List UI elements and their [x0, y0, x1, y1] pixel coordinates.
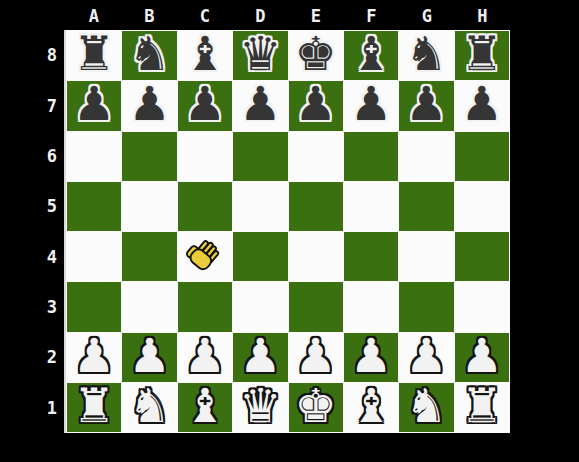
white-king-e1[interactable]: ♚: [295, 382, 337, 429]
black-pawn-d7[interactable]: ♟: [239, 80, 281, 127]
square-d8[interactable]: ♛: [233, 31, 287, 80]
square-c1[interactable]: ♝: [178, 383, 232, 432]
square-b7[interactable]: ♟: [122, 81, 176, 130]
square-b1[interactable]: ♞: [122, 383, 176, 432]
square-f2[interactable]: ♟: [344, 333, 398, 382]
square-g2[interactable]: ♟: [399, 333, 453, 382]
white-rook-a1[interactable]: ♜: [73, 382, 115, 429]
square-c8[interactable]: ♝: [178, 31, 232, 80]
square-h6[interactable]: [455, 132, 509, 181]
black-rook-h8[interactable]: ♜: [461, 30, 503, 77]
white-pawn-f2[interactable]: ♟: [350, 332, 392, 379]
square-g5[interactable]: [399, 182, 453, 231]
square-h7[interactable]: ♟: [455, 81, 509, 130]
black-rook-a8[interactable]: ♜: [73, 30, 115, 77]
white-queen-d1[interactable]: ♛: [239, 382, 281, 429]
square-h5[interactable]: [455, 182, 509, 231]
square-g1[interactable]: ♞: [399, 383, 453, 432]
square-c6[interactable]: [178, 132, 232, 181]
square-e8[interactable]: ♚: [289, 31, 343, 80]
square-b3[interactable]: [122, 282, 176, 331]
square-e1[interactable]: ♚: [289, 383, 343, 432]
square-f5[interactable]: [344, 182, 398, 231]
rank-label-1: 1: [0, 383, 62, 433]
square-g4[interactable]: [399, 232, 453, 281]
game-screen: ABCDEFGH 87654321 ♜♞♝♛♚♝♞♜♟♟♟♟♟♟♟♟ ♟♟♟♟♟…: [0, 0, 579, 462]
square-b2[interactable]: ♟: [122, 333, 176, 382]
square-a6[interactable]: [67, 132, 121, 181]
rank-label-2: 2: [0, 332, 62, 382]
white-pawn-d2[interactable]: ♟: [239, 332, 281, 379]
rank-label-7: 7: [0, 80, 62, 130]
square-f8[interactable]: ♝: [344, 31, 398, 80]
file-label-c: C: [177, 4, 233, 28]
black-pawn-e7[interactable]: ♟: [295, 80, 337, 127]
square-d6[interactable]: [233, 132, 287, 181]
square-e6[interactable]: [289, 132, 343, 181]
square-b5[interactable]: [122, 182, 176, 231]
file-label-d: D: [233, 4, 289, 28]
white-pawn-h2[interactable]: ♟: [461, 332, 503, 379]
square-c7[interactable]: ♟: [178, 81, 232, 130]
file-labels: ABCDEFGH: [66, 4, 510, 28]
file-label-e: E: [288, 4, 344, 28]
square-b6[interactable]: [122, 132, 176, 181]
square-a3[interactable]: [67, 282, 121, 331]
file-label-b: B: [122, 4, 178, 28]
rank-label-4: 4: [0, 232, 62, 282]
square-e3[interactable]: [289, 282, 343, 331]
white-pawn-a2[interactable]: ♟: [73, 332, 115, 379]
square-f6[interactable]: [344, 132, 398, 181]
rank-label-5: 5: [0, 181, 62, 231]
chess-board: ♜♞♝♛♚♝♞♜♟♟♟♟♟♟♟♟ ♟♟♟♟♟♟♟♟♜♞♝♛♚♝♞♜: [66, 30, 510, 433]
black-pawn-c7[interactable]: ♟: [184, 80, 226, 127]
square-d1[interactable]: ♛: [233, 383, 287, 432]
black-king-e8[interactable]: ♚: [295, 30, 337, 77]
white-rook-h1[interactable]: ♜: [461, 382, 503, 429]
black-pawn-a7[interactable]: ♟: [73, 80, 115, 127]
rank-label-3: 3: [0, 282, 62, 332]
square-c2[interactable]: ♟: [178, 333, 232, 382]
square-e7[interactable]: ♟: [289, 81, 343, 130]
rank-label-8: 8: [0, 30, 62, 80]
square-d7[interactable]: ♟: [233, 81, 287, 130]
white-pawn-e2[interactable]: ♟: [295, 332, 337, 379]
square-d5[interactable]: [233, 182, 287, 231]
square-f1[interactable]: ♝: [344, 383, 398, 432]
square-g6[interactable]: [399, 132, 453, 181]
file-label-f: F: [344, 4, 400, 28]
black-knight-b8[interactable]: ♞: [128, 30, 170, 77]
black-bishop-f8[interactable]: ♝: [350, 30, 392, 77]
white-bishop-f1[interactable]: ♝: [350, 382, 392, 429]
square-f3[interactable]: [344, 282, 398, 331]
black-pawn-h7[interactable]: ♟: [461, 80, 503, 127]
square-f4[interactable]: [344, 232, 398, 281]
square-g3[interactable]: [399, 282, 453, 331]
square-d2[interactable]: ♟: [233, 333, 287, 382]
hand-cursor-icon: [184, 238, 222, 276]
white-pawn-c2[interactable]: ♟: [184, 332, 226, 379]
square-h2[interactable]: ♟: [455, 333, 509, 382]
square-f7[interactable]: ♟: [344, 81, 398, 130]
square-a4[interactable]: [67, 232, 121, 281]
rank-label-6: 6: [0, 131, 62, 181]
square-b4[interactable]: [122, 232, 176, 281]
black-pawn-g7[interactable]: ♟: [405, 80, 447, 127]
square-g8[interactable]: ♞: [399, 31, 453, 80]
rank-labels: 87654321: [0, 30, 62, 433]
square-a8[interactable]: ♜: [67, 31, 121, 80]
square-h3[interactable]: [455, 282, 509, 331]
white-knight-g1[interactable]: ♞: [405, 382, 447, 429]
square-e2[interactable]: ♟: [289, 333, 343, 382]
square-a5[interactable]: [67, 182, 121, 231]
square-g7[interactable]: ♟: [399, 81, 453, 130]
white-knight-b1[interactable]: ♞: [128, 382, 170, 429]
black-queen-d8[interactable]: ♛: [239, 30, 281, 77]
square-h8[interactable]: ♜: [455, 31, 509, 80]
square-c5[interactable]: [178, 182, 232, 231]
square-h4[interactable]: [455, 232, 509, 281]
square-c3[interactable]: [178, 282, 232, 331]
square-c4[interactable]: [178, 232, 232, 281]
black-pawn-b7[interactable]: ♟: [128, 80, 170, 127]
square-e5[interactable]: [289, 182, 343, 231]
file-label-a: A: [66, 4, 122, 28]
white-bishop-c1[interactable]: ♝: [184, 382, 226, 429]
square-a2[interactable]: ♟: [67, 333, 121, 382]
square-a7[interactable]: ♟: [67, 81, 121, 130]
file-label-g: G: [399, 4, 455, 28]
square-h1[interactable]: ♜: [455, 383, 509, 432]
black-pawn-f7[interactable]: ♟: [350, 80, 392, 127]
white-pawn-b2[interactable]: ♟: [128, 332, 170, 379]
black-bishop-c8[interactable]: ♝: [184, 30, 226, 77]
square-d3[interactable]: [233, 282, 287, 331]
file-label-h: H: [455, 4, 511, 28]
black-knight-g8[interactable]: ♞: [405, 30, 447, 77]
square-d4[interactable]: [233, 232, 287, 281]
square-a1[interactable]: ♜: [67, 383, 121, 432]
square-b8[interactable]: ♞: [122, 31, 176, 80]
white-pawn-g2[interactable]: ♟: [405, 332, 447, 379]
square-e4[interactable]: [289, 232, 343, 281]
